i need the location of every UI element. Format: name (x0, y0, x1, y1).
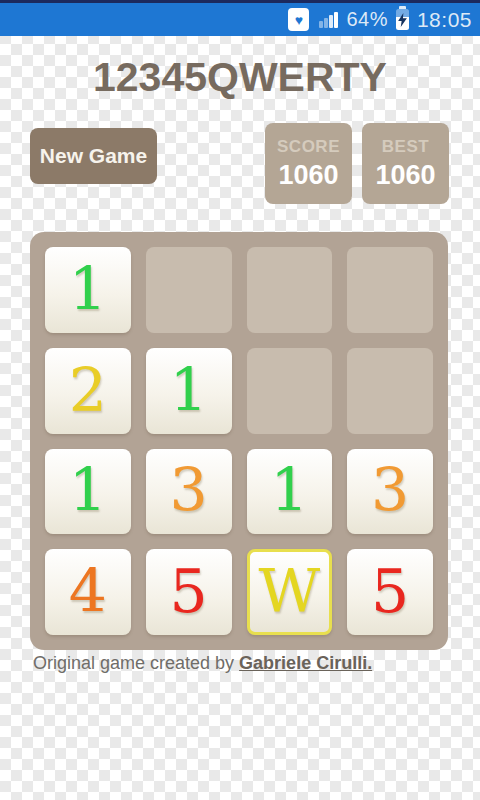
tile-5-r4c2: 5 (146, 549, 232, 635)
tile-4-r4c1: 4 (45, 549, 131, 635)
tile-glyph: 5 (170, 561, 208, 621)
tile-glyph: 3 (371, 460, 409, 520)
tile-5-r4c4: 5 (347, 549, 433, 635)
footer-text: Original game created by (33, 653, 239, 673)
empty-cell-r2c3 (247, 348, 333, 434)
tile-2-r2c1: 2 (45, 348, 131, 434)
battery-percent-label: 64% (346, 8, 388, 31)
clock-label: 18:05 (417, 8, 472, 32)
tile-glyph: 3 (170, 460, 208, 520)
tile-3-r3c2: 3 (146, 449, 232, 535)
tile-1-r1c1: 1 (45, 247, 131, 333)
tile-3-r3c4: 3 (347, 449, 433, 535)
app-screen: ♥ 64% 18:05 12345QWERTY New Game SCORE 1… (0, 0, 480, 800)
empty-cell-r2c4 (347, 348, 433, 434)
tile-1-r3c1: 1 (45, 449, 131, 535)
tile-glyph: 5 (371, 561, 409, 621)
signal-strength-icon (319, 11, 338, 28)
empty-cell-r1c4 (347, 247, 433, 333)
page-title: 12345QWERTY (0, 54, 480, 101)
best-box: BEST 1060 (362, 123, 449, 204)
tile-glyph: 1 (170, 360, 208, 420)
tile-W-r4c3: W (247, 549, 333, 635)
empty-cell-r1c2 (146, 247, 232, 333)
footer-credit: Original game created by Gabriele Cirull… (33, 653, 453, 674)
tile-glyph: 1 (69, 259, 107, 319)
score-label: SCORE (277, 137, 340, 157)
tile-glyph: 1 (270, 460, 308, 520)
score-value: 1060 (278, 160, 338, 191)
tile-glyph: W (259, 561, 321, 621)
tile-glyph: 2 (69, 360, 107, 420)
status-bar[interactable]: ♥ 64% 18:05 (0, 0, 480, 36)
battery-charging-icon (396, 9, 409, 30)
author-link[interactable]: Gabriele Cirulli. (239, 653, 372, 673)
empty-cell-r1c3 (247, 247, 333, 333)
best-value: 1060 (375, 160, 435, 191)
tile-1-r3c3: 1 (247, 449, 333, 535)
best-label: BEST (382, 137, 429, 157)
score-box: SCORE 1060 (265, 123, 352, 204)
tile-glyph: 1 (69, 460, 107, 520)
tile-1-r2c2: 1 (146, 348, 232, 434)
heart-notification-icon: ♥ (288, 8, 309, 31)
board-grid[interactable]: 121131345W5 (30, 232, 448, 650)
tile-glyph: 4 (69, 561, 107, 621)
new-game-button[interactable]: New Game (30, 128, 157, 184)
